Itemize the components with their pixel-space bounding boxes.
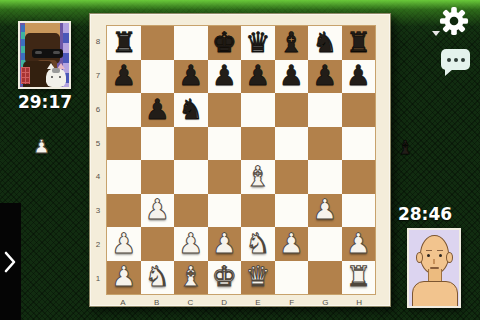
square-a6[interactable] <box>107 93 141 127</box>
triangle-down-icon <box>432 31 440 36</box>
black-knight[interactable]: ♞ <box>178 96 203 124</box>
square-e3[interactable] <box>241 194 275 228</box>
white-pawn[interactable]: ♟ <box>145 196 170 224</box>
square-d5[interactable] <box>208 127 242 161</box>
file-label-d: D <box>207 296 241 308</box>
white-pawn[interactable]: ♟ <box>111 263 136 291</box>
white-pawn[interactable]: ♟ <box>279 230 304 258</box>
file-label-b: B <box>140 296 174 308</box>
square-e5[interactable] <box>241 127 275 161</box>
white-pawn[interactable]: ♟ <box>312 196 337 224</box>
square-b5[interactable] <box>141 127 175 161</box>
player-clock: 28:46 <box>392 204 458 224</box>
square-a8[interactable]: ♜ <box>107 26 141 60</box>
square-e8[interactable]: ♛ <box>241 26 275 60</box>
captured-black-bishop: ♝ <box>397 138 414 157</box>
square-h5[interactable] <box>342 127 376 161</box>
white-king[interactable]: ♚ <box>212 263 237 291</box>
square-a4[interactable] <box>107 160 141 194</box>
square-d2[interactable]: ♟ <box>208 227 242 261</box>
file-label-f: F <box>275 296 309 308</box>
square-c2[interactable]: ♟ <box>174 227 208 261</box>
file-label-g: G <box>309 296 343 308</box>
square-a3[interactable] <box>107 194 141 228</box>
square-g2[interactable] <box>308 227 342 261</box>
square-d8[interactable]: ♚ <box>208 26 242 60</box>
square-h6[interactable] <box>342 93 376 127</box>
square-e1[interactable]: ♛ <box>241 261 275 295</box>
square-f1[interactable] <box>275 261 309 295</box>
captured-white-pawn: ♟ <box>33 137 50 156</box>
black-pawn[interactable]: ♟ <box>245 62 270 90</box>
avatar-face <box>25 33 60 64</box>
black-rook[interactable]: ♜ <box>346 29 371 57</box>
square-e6[interactable] <box>241 93 275 127</box>
opponent-avatar <box>18 21 71 89</box>
square-f3[interactable] <box>275 194 309 228</box>
square-d7[interactable]: ♟ <box>208 60 242 94</box>
square-e4[interactable]: ♝ <box>241 160 275 194</box>
white-pawn[interactable]: ♟ <box>178 230 203 258</box>
square-g7[interactable]: ♟ <box>308 60 342 94</box>
square-g6[interactable] <box>308 93 342 127</box>
black-queen[interactable]: ♛ <box>245 29 270 57</box>
square-g5[interactable] <box>308 127 342 161</box>
square-a5[interactable] <box>107 127 141 161</box>
square-b4[interactable] <box>141 160 175 194</box>
file-labels: ABCDEFGH <box>106 296 376 308</box>
white-pawn[interactable]: ♟ <box>212 230 237 258</box>
file-label-h: H <box>342 296 376 308</box>
chess-board[interactable]: ♜♚♛♝♞♜♟♟♟♟♟♟♟♟♞♝♟♟♟♟♟♞♟♟♟♞♝♚♛♜ <box>106 25 376 295</box>
black-pawn[interactable]: ♟ <box>312 62 337 90</box>
chat-button[interactable] <box>441 49 470 70</box>
black-rook[interactable]: ♜ <box>111 29 136 57</box>
square-a7[interactable]: ♟ <box>107 60 141 94</box>
rank-label-7: 7 <box>90 59 106 93</box>
square-h7[interactable]: ♟ <box>342 60 376 94</box>
square-f4[interactable] <box>275 160 309 194</box>
file-label-a: A <box>106 296 140 308</box>
square-g8[interactable]: ♞ <box>308 26 342 60</box>
rank-label-1: 1 <box>90 261 106 295</box>
black-pawn[interactable]: ♟ <box>111 62 136 90</box>
square-f2[interactable]: ♟ <box>275 227 309 261</box>
rank-label-2: 2 <box>90 228 106 262</box>
square-h1[interactable]: ♜ <box>342 261 376 295</box>
black-pawn[interactable]: ♟ <box>346 62 371 90</box>
black-pawn[interactable]: ♟ <box>212 62 237 90</box>
square-b8[interactable] <box>141 26 175 60</box>
gear-icon <box>439 6 469 36</box>
square-c3[interactable] <box>174 194 208 228</box>
square-g3[interactable]: ♟ <box>308 194 342 228</box>
opponent-clock: 29:17 <box>12 92 78 112</box>
square-b6[interactable]: ♟ <box>141 93 175 127</box>
square-b1[interactable]: ♞ <box>141 261 175 295</box>
board-frame: 87654321 ♜♚♛♝♞♜♟♟♟♟♟♟♟♟♞♝♟♟♟♟♟♞♟♟♟♞♝♚♛♜ … <box>89 13 391 307</box>
black-king[interactable]: ♚ <box>212 29 237 57</box>
square-c8[interactable] <box>174 26 208 60</box>
square-c1[interactable]: ♝ <box>174 261 208 295</box>
captured-pieces-top: ♟ <box>33 137 50 156</box>
square-f5[interactable] <box>275 127 309 161</box>
square-d3[interactable] <box>208 194 242 228</box>
chevron-right-icon <box>4 251 16 273</box>
rank-labels: 87654321 <box>90 25 106 295</box>
square-d1[interactable]: ♚ <box>208 261 242 295</box>
square-d4[interactable] <box>208 160 242 194</box>
rank-label-8: 8 <box>90 25 106 59</box>
file-label-c: C <box>174 296 208 308</box>
rank-label-4: 4 <box>90 160 106 194</box>
square-h3[interactable] <box>342 194 376 228</box>
white-rook[interactable]: ♜ <box>346 263 371 291</box>
rank-label-3: 3 <box>90 194 106 228</box>
square-h4[interactable] <box>342 160 376 194</box>
black-pawn[interactable]: ♟ <box>178 62 203 90</box>
white-bishop[interactable]: ♝ <box>245 163 270 191</box>
settings-button[interactable] <box>439 6 471 38</box>
chat-dot <box>461 58 465 62</box>
square-h2[interactable]: ♟ <box>342 227 376 261</box>
square-h8[interactable]: ♜ <box>342 26 376 60</box>
chat-dot <box>447 58 451 62</box>
black-pawn[interactable]: ♟ <box>279 62 304 90</box>
app-screen: 87654321 ♜♚♛♝♞♜♟♟♟♟♟♟♟♟♞♝♟♟♟♟♟♞♟♟♟♞♝♚♛♜ … <box>0 0 480 320</box>
black-knight[interactable]: ♞ <box>312 29 337 57</box>
square-f8[interactable]: ♝ <box>275 26 309 60</box>
rank-label-5: 5 <box>90 126 106 160</box>
captured-pieces-bottom: ♝ <box>397 138 414 157</box>
square-c7[interactable]: ♟ <box>174 60 208 94</box>
white-knight[interactable]: ♞ <box>145 263 170 291</box>
white-queen[interactable]: ♛ <box>245 263 270 291</box>
rank-label-6: 6 <box>90 93 106 127</box>
square-c4[interactable] <box>174 160 208 194</box>
square-b3[interactable]: ♟ <box>141 194 175 228</box>
side-drawer-handle[interactable] <box>0 203 21 320</box>
square-g4[interactable] <box>308 160 342 194</box>
square-f7[interactable]: ♟ <box>275 60 309 94</box>
square-b7[interactable] <box>141 60 175 94</box>
player-avatar <box>407 228 461 308</box>
white-knight[interactable]: ♞ <box>245 230 270 258</box>
file-label-e: E <box>241 296 275 308</box>
square-e2[interactable]: ♞ <box>241 227 275 261</box>
sunglasses <box>32 49 63 58</box>
square-d6[interactable] <box>208 93 242 127</box>
cat-figure <box>46 68 66 87</box>
square-g1[interactable] <box>308 261 342 295</box>
square-f6[interactable] <box>275 93 309 127</box>
chat-dot <box>454 58 458 62</box>
square-b2[interactable] <box>141 227 175 261</box>
white-pawn[interactable]: ♟ <box>346 230 371 258</box>
white-pawn[interactable]: ♟ <box>111 230 136 258</box>
square-e7[interactable]: ♟ <box>241 60 275 94</box>
square-c5[interactable] <box>174 127 208 161</box>
black-pawn[interactable]: ♟ <box>145 96 170 124</box>
square-a2[interactable]: ♟ <box>107 227 141 261</box>
black-bishop[interactable]: ♝ <box>279 29 304 57</box>
square-c6[interactable]: ♞ <box>174 93 208 127</box>
white-bishop[interactable]: ♝ <box>178 263 203 291</box>
square-a1[interactable]: ♟ <box>107 261 141 295</box>
